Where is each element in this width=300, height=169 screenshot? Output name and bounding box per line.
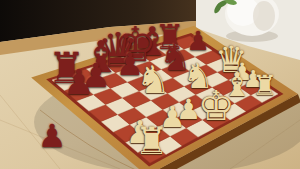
chessboard-photo: [0, 0, 300, 169]
chess-photo-scene: ♜♝♛♚♝♜♟♟♟♟♞♞♛♞♟♝♟♟♟♟♜♚♜♟: [0, 0, 300, 169]
vase-shade: [253, 1, 275, 31]
